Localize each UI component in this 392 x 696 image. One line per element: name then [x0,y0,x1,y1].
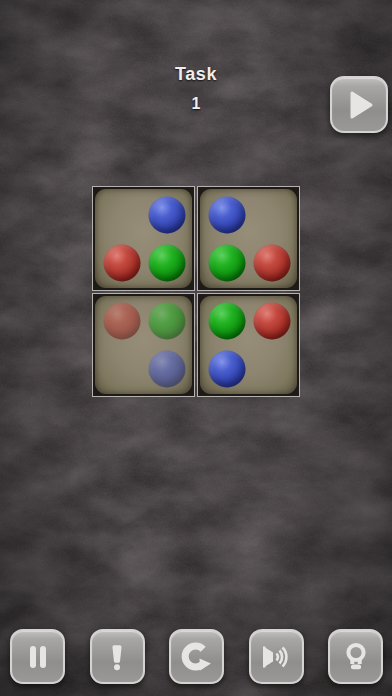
sound-button[interactable] [249,629,304,684]
restart-button[interactable] [169,629,224,684]
board-cell-r1c1 [92,186,195,291]
dot-red [104,303,141,340]
lightbulb-icon [338,639,374,675]
dot-red [253,244,290,281]
sound-icon [258,639,294,675]
pause-button[interactable] [10,629,65,684]
board-cell-r1c2 [197,186,300,291]
dot-green [148,244,185,281]
dot-blue [148,196,185,233]
dot-green [209,303,246,340]
tile-r1c2[interactable] [200,189,297,288]
tile-r2c1[interactable] [95,296,192,395]
play-button[interactable] [330,76,388,133]
tile-r2c2[interactable] [200,296,297,395]
board-cell-r2c2 [197,293,300,398]
tile-r1c1[interactable] [95,189,192,288]
dot-blue [209,196,246,233]
puzzle-board [92,186,300,397]
play-icon [342,88,376,122]
dot-red [104,244,141,281]
exclaim-button[interactable] [90,629,145,684]
dot-blue [209,351,246,388]
exclaim-icon [99,639,135,675]
pause-icon [20,639,56,675]
restart-icon [179,639,215,675]
game-screen: Task 1 [0,0,392,696]
dot-red [253,303,290,340]
hint-button[interactable] [328,629,383,684]
dot-green [148,303,185,340]
dot-blue [148,351,185,388]
board-cell-r2c1 [92,293,195,398]
dot-green [209,244,246,281]
bottom-toolbar [10,629,383,684]
